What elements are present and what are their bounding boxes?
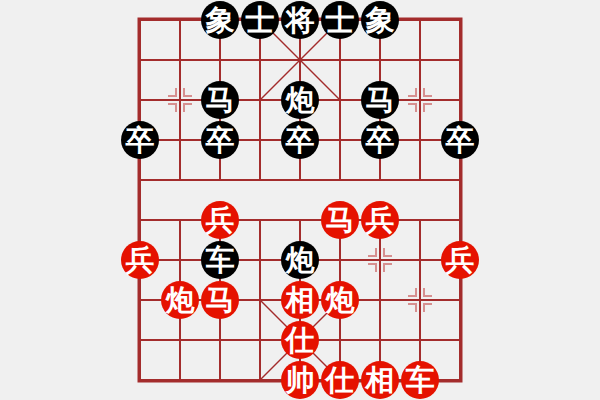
piece-black-advisor[interactable]: 士 — [321, 1, 359, 39]
piece-black-elephant[interactable]: 象 — [201, 1, 239, 39]
piece-black-soldier[interactable]: 卒 — [201, 121, 239, 159]
piece-red-soldier[interactable]: 兵 — [361, 201, 399, 239]
piece-red-soldier[interactable]: 兵 — [121, 241, 159, 279]
piece-red-advisor[interactable]: 仕 — [321, 361, 359, 399]
piece-red-cannon[interactable]: 炮 — [321, 281, 359, 319]
piece-black-elephant[interactable]: 象 — [361, 1, 399, 39]
piece-black-advisor[interactable]: 士 — [241, 1, 279, 39]
piece-black-cannon[interactable]: 炮 — [281, 241, 319, 279]
piece-black-chariot[interactable]: 车 — [201, 241, 239, 279]
piece-red-soldier[interactable]: 兵 — [441, 241, 479, 279]
piece-red-soldier[interactable]: 兵 — [201, 201, 239, 239]
piece-black-soldier[interactable]: 卒 — [441, 121, 479, 159]
piece-black-soldier[interactable]: 卒 — [121, 121, 159, 159]
piece-red-chariot[interactable]: 车 — [401, 361, 439, 399]
piece-black-horse[interactable]: 马 — [361, 81, 399, 119]
piece-red-elephant[interactable]: 相 — [281, 281, 319, 319]
piece-red-horse[interactable]: 马 — [201, 281, 239, 319]
pieces-layer: 象士将士象马炮马卒卒卒卒卒车炮兵马兵兵兵炮马相炮仕帅仕相车 — [0, 0, 600, 400]
piece-red-elephant[interactable]: 相 — [361, 361, 399, 399]
piece-red-cannon[interactable]: 炮 — [161, 281, 199, 319]
piece-black-cannon[interactable]: 炮 — [281, 81, 319, 119]
piece-black-horse[interactable]: 马 — [201, 81, 239, 119]
piece-black-general[interactable]: 将 — [281, 1, 319, 39]
piece-red-general[interactable]: 帅 — [281, 361, 319, 399]
piece-red-horse[interactable]: 马 — [321, 201, 359, 239]
piece-black-soldier[interactable]: 卒 — [281, 121, 319, 159]
piece-red-advisor[interactable]: 仕 — [281, 321, 319, 359]
piece-black-soldier[interactable]: 卒 — [361, 121, 399, 159]
xiangqi-board[interactable]: 象士将士象马炮马卒卒卒卒卒车炮兵马兵兵兵炮马相炮仕帅仕相车 — [0, 0, 600, 400]
